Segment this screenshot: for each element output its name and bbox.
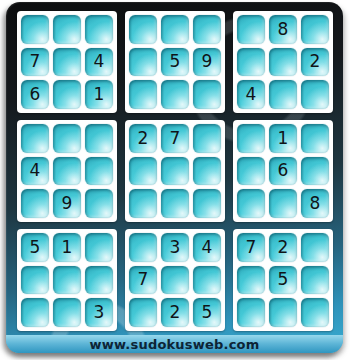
cell-r4c6[interactable]	[193, 124, 221, 153]
cell-r4c7[interactable]	[237, 124, 265, 153]
cell-r1c5[interactable]	[161, 15, 189, 44]
cell-r6c2[interactable]: 9	[53, 189, 81, 218]
board-grid: 746159824492716851334725725	[17, 11, 333, 331]
cell-r7c5[interactable]: 3	[161, 233, 189, 262]
cell-r6c5[interactable]	[161, 189, 189, 218]
cell-r2c5[interactable]: 5	[161, 48, 189, 77]
cell-r4c4[interactable]: 2	[129, 124, 157, 153]
cell-r9c1[interactable]	[21, 298, 49, 327]
cell-r9c8[interactable]	[269, 298, 297, 327]
cell-r8c7[interactable]	[237, 266, 265, 295]
cell-r6c3[interactable]	[85, 189, 113, 218]
cell-r4c5[interactable]: 7	[161, 124, 189, 153]
cell-r4c1[interactable]	[21, 124, 49, 153]
cell-r9c3[interactable]: 3	[85, 298, 113, 327]
cell-r3c9[interactable]	[301, 80, 329, 109]
cell-r2c8[interactable]	[269, 48, 297, 77]
cell-r3c8[interactable]	[269, 80, 297, 109]
cell-r1c1[interactable]	[21, 15, 49, 44]
box-4: 49	[17, 120, 117, 222]
cell-r6c8[interactable]	[269, 189, 297, 218]
footer-bar: www.sudokusweb.com	[6, 335, 343, 353]
box-2: 59	[125, 11, 225, 113]
cell-r3c7[interactable]: 4	[237, 80, 265, 109]
box-6: 168	[233, 120, 333, 222]
cell-r1c9[interactable]	[301, 15, 329, 44]
cell-r6c7[interactable]	[237, 189, 265, 218]
cell-r5c1[interactable]: 4	[21, 157, 49, 186]
cell-r2c3[interactable]: 4	[85, 48, 113, 77]
cell-r6c1[interactable]	[21, 189, 49, 218]
cell-r5c9[interactable]	[301, 157, 329, 186]
cell-r1c8[interactable]: 8	[269, 15, 297, 44]
cell-r7c6[interactable]: 4	[193, 233, 221, 262]
cell-r1c2[interactable]	[53, 15, 81, 44]
cell-r2c1[interactable]: 7	[21, 48, 49, 77]
cell-r2c6[interactable]: 9	[193, 48, 221, 77]
cell-r5c7[interactable]	[237, 157, 265, 186]
cell-r4c3[interactable]	[85, 124, 113, 153]
box-9: 725	[233, 229, 333, 331]
cell-r5c2[interactable]	[53, 157, 81, 186]
cell-r3c4[interactable]	[129, 80, 157, 109]
cell-r7c3[interactable]	[85, 233, 113, 262]
cell-r1c7[interactable]	[237, 15, 265, 44]
cell-r5c6[interactable]	[193, 157, 221, 186]
cell-r8c6[interactable]	[193, 266, 221, 295]
cell-r8c8[interactable]: 5	[269, 266, 297, 295]
cell-r3c2[interactable]	[53, 80, 81, 109]
cell-r1c4[interactable]	[129, 15, 157, 44]
cell-r6c9[interactable]: 8	[301, 189, 329, 218]
cell-r8c2[interactable]	[53, 266, 81, 295]
cell-r9c2[interactable]	[53, 298, 81, 327]
cell-r5c4[interactable]	[129, 157, 157, 186]
cell-r6c6[interactable]	[193, 189, 221, 218]
cell-r9c5[interactable]: 2	[161, 298, 189, 327]
cell-r8c5[interactable]	[161, 266, 189, 295]
cell-r7c1[interactable]: 5	[21, 233, 49, 262]
cell-r8c9[interactable]	[301, 266, 329, 295]
cell-r3c6[interactable]	[193, 80, 221, 109]
cell-r8c3[interactable]	[85, 266, 113, 295]
cell-r2c2[interactable]	[53, 48, 81, 77]
cell-r5c3[interactable]	[85, 157, 113, 186]
cell-r8c1[interactable]	[21, 266, 49, 295]
cell-r7c8[interactable]: 2	[269, 233, 297, 262]
box-8: 34725	[125, 229, 225, 331]
cell-r4c2[interactable]	[53, 124, 81, 153]
cell-r9c6[interactable]: 5	[193, 298, 221, 327]
cell-r4c9[interactable]	[301, 124, 329, 153]
cell-r3c5[interactable]	[161, 80, 189, 109]
cell-r5c8[interactable]: 6	[269, 157, 297, 186]
box-5: 27	[125, 120, 225, 222]
box-3: 824	[233, 11, 333, 113]
cell-r5c5[interactable]	[161, 157, 189, 186]
cell-r9c4[interactable]	[129, 298, 157, 327]
cell-r1c6[interactable]	[193, 15, 221, 44]
cell-r9c7[interactable]	[237, 298, 265, 327]
cell-r4c8[interactable]: 1	[269, 124, 297, 153]
cell-r8c4[interactable]: 7	[129, 266, 157, 295]
cell-r2c4[interactable]	[129, 48, 157, 77]
sudoku-board: 746159824492716851334725725 www.sudokusw…	[6, 2, 343, 353]
cell-r7c7[interactable]: 7	[237, 233, 265, 262]
website-url[interactable]: www.sudokusweb.com	[90, 337, 260, 352]
box-1: 7461	[17, 11, 117, 113]
cell-r3c3[interactable]: 1	[85, 80, 113, 109]
cell-r7c4[interactable]	[129, 233, 157, 262]
cell-r6c4[interactable]	[129, 189, 157, 218]
cell-r1c3[interactable]	[85, 15, 113, 44]
cell-r7c9[interactable]	[301, 233, 329, 262]
cell-r2c7[interactable]	[237, 48, 265, 77]
cell-r3c1[interactable]: 6	[21, 80, 49, 109]
box-7: 513	[17, 229, 117, 331]
cell-r9c9[interactable]	[301, 298, 329, 327]
cell-r7c2[interactable]: 1	[53, 233, 81, 262]
cell-r2c9[interactable]: 2	[301, 48, 329, 77]
